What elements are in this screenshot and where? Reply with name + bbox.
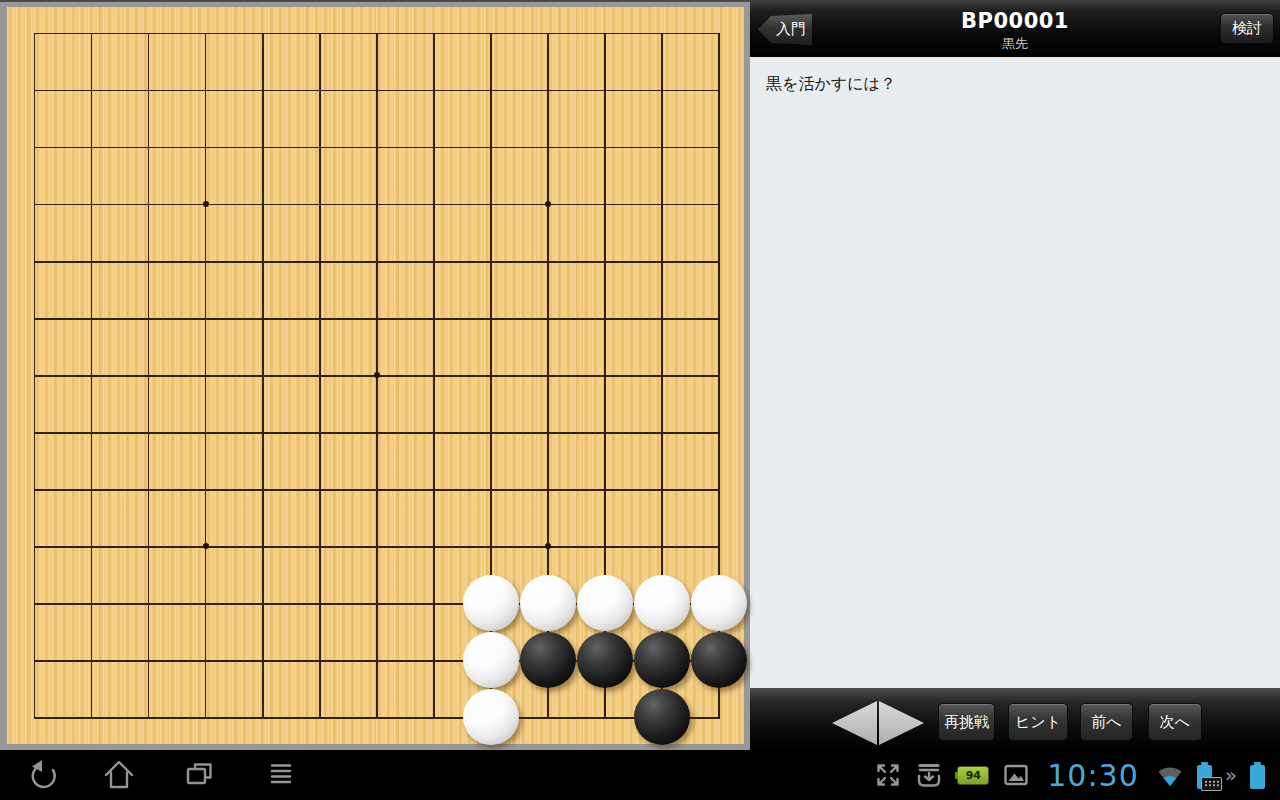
- intersection[interactable]: [234, 61, 291, 118]
- intersection[interactable]: [348, 289, 405, 346]
- intersection[interactable]: [177, 289, 234, 346]
- intersection[interactable]: [6, 403, 63, 460]
- intersection[interactable]: [177, 346, 234, 403]
- intersection[interactable]: [291, 4, 348, 61]
- recents-icon[interactable]: [182, 758, 216, 792]
- intersection[interactable]: [519, 688, 576, 745]
- intersection[interactable]: [348, 631, 405, 688]
- home-icon[interactable]: [102, 758, 136, 792]
- keyboard-icon: [1201, 777, 1222, 791]
- intersection[interactable]: [462, 574, 519, 631]
- puzzle-question-area: 黒を活かすには？: [750, 57, 1280, 688]
- intersection[interactable]: [120, 346, 177, 403]
- intersection[interactable]: [576, 4, 633, 61]
- wifi-icon: [1156, 762, 1184, 788]
- next-button[interactable]: 次へ: [1148, 703, 1202, 741]
- intersection[interactable]: [576, 403, 633, 460]
- puzzle-id-title: BP00001: [750, 0, 1280, 33]
- intersection[interactable]: [633, 688, 690, 745]
- intersection[interactable]: [234, 4, 291, 61]
- intersection[interactable]: [234, 289, 291, 346]
- intersection[interactable]: [519, 631, 576, 688]
- intersection[interactable]: [120, 460, 177, 517]
- intersection[interactable]: [405, 631, 462, 688]
- screen: 入門 BP00001 黒先 検討 黒を活かすには？ 再挑戦 ヒント 前へ 次へ: [0, 0, 1280, 800]
- intersection[interactable]: [519, 118, 576, 175]
- intersection[interactable]: [462, 4, 519, 61]
- intersection[interactable]: [234, 346, 291, 403]
- intersection[interactable]: [633, 232, 690, 289]
- hoshi-point: [545, 543, 551, 549]
- intersection[interactable]: [234, 688, 291, 745]
- intersection[interactable]: [519, 289, 576, 346]
- intersection[interactable]: [690, 289, 747, 346]
- intersection[interactable]: [120, 403, 177, 460]
- white-stone: [577, 575, 633, 631]
- intersection[interactable]: [120, 574, 177, 631]
- intersection[interactable]: [633, 118, 690, 175]
- intersection[interactable]: [291, 517, 348, 574]
- intersection[interactable]: [519, 517, 576, 574]
- intersection[interactable]: [633, 574, 690, 631]
- menu-icon[interactable]: [264, 758, 298, 792]
- intersection[interactable]: [462, 232, 519, 289]
- intersection[interactable]: [348, 517, 405, 574]
- intersection[interactable]: [120, 631, 177, 688]
- intersection[interactable]: [633, 175, 690, 232]
- intersection[interactable]: [576, 574, 633, 631]
- intersection[interactable]: [405, 688, 462, 745]
- intersection[interactable]: [690, 403, 747, 460]
- intersection[interactable]: [348, 175, 405, 232]
- white-stone: [520, 575, 576, 631]
- intersection[interactable]: [576, 346, 633, 403]
- intersection[interactable]: [519, 403, 576, 460]
- intersection[interactable]: [63, 346, 120, 403]
- intersection[interactable]: [348, 61, 405, 118]
- intersection[interactable]: [405, 460, 462, 517]
- intersection[interactable]: [633, 460, 690, 517]
- intersection[interactable]: [690, 688, 747, 745]
- battery-icon: [1250, 765, 1265, 789]
- intersection[interactable]: [291, 175, 348, 232]
- turn-subtitle: 黒先: [750, 35, 1280, 53]
- white-stone: [691, 575, 747, 631]
- intersection[interactable]: [690, 517, 747, 574]
- intersection[interactable]: [633, 289, 690, 346]
- intersection[interactable]: [405, 517, 462, 574]
- gallery-icon[interactable]: [1002, 762, 1030, 788]
- intersection[interactable]: [405, 4, 462, 61]
- intersection[interactable]: [177, 688, 234, 745]
- black-stone: [634, 689, 690, 745]
- intersection[interactable]: [348, 346, 405, 403]
- intersection[interactable]: [519, 175, 576, 232]
- review-button[interactable]: 検討: [1220, 13, 1274, 44]
- intersection[interactable]: [462, 517, 519, 574]
- hoshi-point: [203, 543, 209, 549]
- intersection[interactable]: [234, 175, 291, 232]
- intersection[interactable]: [177, 403, 234, 460]
- screenshot-save-icon[interactable]: [914, 761, 944, 789]
- board-frame-edge: [0, 0, 750, 2]
- go-board-panel: [0, 0, 750, 750]
- intersection[interactable]: [291, 574, 348, 631]
- black-stone: [634, 632, 690, 688]
- intersection[interactable]: [405, 175, 462, 232]
- white-stone: [463, 575, 519, 631]
- intersection[interactable]: [348, 460, 405, 517]
- intersection[interactable]: [690, 631, 747, 688]
- intersection[interactable]: [6, 61, 63, 118]
- intersection[interactable]: [177, 61, 234, 118]
- back-icon[interactable]: [26, 758, 60, 792]
- intersection[interactable]: [177, 460, 234, 517]
- intersection[interactable]: [6, 460, 63, 517]
- intersection[interactable]: [348, 118, 405, 175]
- intersection[interactable]: [348, 688, 405, 745]
- intersection[interactable]: [519, 346, 576, 403]
- intersection[interactable]: [405, 289, 462, 346]
- intersection[interactable]: [519, 460, 576, 517]
- intersection[interactable]: [690, 346, 747, 403]
- intersection[interactable]: [462, 631, 519, 688]
- intersection[interactable]: [120, 232, 177, 289]
- intersection[interactable]: [462, 460, 519, 517]
- intersection[interactable]: [63, 688, 120, 745]
- intersection[interactable]: [6, 118, 63, 175]
- intersection[interactable]: [405, 61, 462, 118]
- intersection[interactable]: [6, 688, 63, 745]
- intersection[interactable]: [6, 232, 63, 289]
- intersection[interactable]: [576, 61, 633, 118]
- intersection[interactable]: [6, 175, 63, 232]
- intersection[interactable]: [519, 232, 576, 289]
- intersection[interactable]: [291, 460, 348, 517]
- intersection[interactable]: [633, 631, 690, 688]
- intersection[interactable]: [633, 403, 690, 460]
- white-stone: [463, 632, 519, 688]
- intersection[interactable]: [63, 61, 120, 118]
- prev-move-arrow-icon[interactable]: [832, 701, 877, 745]
- intersection[interactable]: [348, 574, 405, 631]
- intersection[interactable]: [63, 460, 120, 517]
- intersection[interactable]: [405, 574, 462, 631]
- intersection[interactable]: [690, 175, 747, 232]
- control-bar: 再挑戦 ヒント 前へ 次へ: [750, 688, 1280, 750]
- intersection[interactable]: [405, 403, 462, 460]
- intersection[interactable]: [6, 289, 63, 346]
- intersection[interactable]: [633, 61, 690, 118]
- panel-header: 入門 BP00001 黒先 検討: [750, 0, 1280, 57]
- intersection[interactable]: [120, 61, 177, 118]
- intersection[interactable]: [633, 4, 690, 61]
- intersection[interactable]: [177, 232, 234, 289]
- intersection[interactable]: [120, 688, 177, 745]
- hoshi-point: [545, 201, 551, 207]
- intersection[interactable]: [405, 232, 462, 289]
- intersection[interactable]: [690, 460, 747, 517]
- battery-keyboard-group: [1197, 761, 1212, 789]
- intersection[interactable]: [234, 118, 291, 175]
- intersection[interactable]: [291, 118, 348, 175]
- intersection[interactable]: [576, 688, 633, 745]
- intersection[interactable]: [576, 460, 633, 517]
- goban-intersections: [6, 4, 747, 745]
- black-stone: [520, 632, 576, 688]
- intersection[interactable]: [6, 631, 63, 688]
- intersection[interactable]: [63, 4, 120, 61]
- intersection[interactable]: [120, 4, 177, 61]
- black-stone: [691, 632, 747, 688]
- hoshi-point: [374, 372, 380, 378]
- intersection[interactable]: [291, 403, 348, 460]
- intersection[interactable]: [177, 631, 234, 688]
- intersection[interactable]: [177, 4, 234, 61]
- intersection[interactable]: [120, 175, 177, 232]
- intersection[interactable]: [291, 289, 348, 346]
- intersection[interactable]: [63, 517, 120, 574]
- black-stone: [577, 632, 633, 688]
- intersection[interactable]: [234, 574, 291, 631]
- intersection[interactable]: [120, 517, 177, 574]
- intersection[interactable]: [6, 4, 63, 61]
- intersection[interactable]: [462, 118, 519, 175]
- intersection[interactable]: [690, 4, 747, 61]
- status-tray: 94 10:30 »: [875, 750, 1265, 800]
- intersection[interactable]: [633, 346, 690, 403]
- intersection[interactable]: [177, 574, 234, 631]
- intersection[interactable]: [462, 61, 519, 118]
- intersection[interactable]: [576, 175, 633, 232]
- intersection[interactable]: [690, 118, 747, 175]
- intersection[interactable]: [690, 232, 747, 289]
- retry-button[interactable]: 再挑戦: [938, 703, 995, 741]
- intersection[interactable]: [462, 688, 519, 745]
- intersection[interactable]: [576, 517, 633, 574]
- intersection[interactable]: [576, 631, 633, 688]
- intersection[interactable]: [348, 232, 405, 289]
- intersection[interactable]: [462, 346, 519, 403]
- puzzle-question: 黒を活かすには？: [750, 57, 1280, 112]
- intersection[interactable]: [291, 346, 348, 403]
- intersection[interactable]: [348, 403, 405, 460]
- intersection[interactable]: [120, 289, 177, 346]
- intersection[interactable]: [405, 118, 462, 175]
- chevrons-expand-icon[interactable]: »: [1225, 765, 1237, 785]
- puzzle-panel: 入門 BP00001 黒先 検討 黒を活かすには？ 再挑戦 ヒント 前へ 次へ: [750, 0, 1280, 750]
- fullscreen-icon[interactable]: [875, 762, 901, 788]
- intersection[interactable]: [576, 118, 633, 175]
- intersection[interactable]: [291, 631, 348, 688]
- hint-button[interactable]: ヒント: [1008, 703, 1068, 741]
- intersection[interactable]: [519, 4, 576, 61]
- intersection[interactable]: [519, 574, 576, 631]
- intersection[interactable]: [462, 403, 519, 460]
- intersection[interactable]: [63, 175, 120, 232]
- intersection[interactable]: [405, 346, 462, 403]
- intersection[interactable]: [690, 61, 747, 118]
- intersection[interactable]: [576, 232, 633, 289]
- white-stone: [463, 689, 519, 745]
- intersection[interactable]: [519, 61, 576, 118]
- intersection[interactable]: [63, 289, 120, 346]
- next-move-arrow-icon[interactable]: [879, 701, 924, 745]
- white-stone: [634, 575, 690, 631]
- battery-widget-badge[interactable]: 94: [957, 766, 989, 785]
- intersection[interactable]: [177, 118, 234, 175]
- intersection[interactable]: [291, 232, 348, 289]
- hoshi-point: [203, 201, 209, 207]
- intersection[interactable]: [234, 232, 291, 289]
- clock[interactable]: 10:30: [1047, 758, 1138, 793]
- intersection[interactable]: [291, 688, 348, 745]
- intersection[interactable]: [63, 574, 120, 631]
- intersection[interactable]: [234, 631, 291, 688]
- intersection[interactable]: [177, 175, 234, 232]
- intersection[interactable]: [177, 517, 234, 574]
- intersection[interactable]: [462, 175, 519, 232]
- intersection[interactable]: [6, 346, 63, 403]
- intersection[interactable]: [63, 232, 120, 289]
- intersection[interactable]: [63, 403, 120, 460]
- intersection[interactable]: [6, 574, 63, 631]
- intersection[interactable]: [6, 517, 63, 574]
- intersection[interactable]: [120, 118, 177, 175]
- intersection[interactable]: [633, 517, 690, 574]
- intersection[interactable]: [234, 403, 291, 460]
- intersection[interactable]: [690, 574, 747, 631]
- intersection[interactable]: [234, 460, 291, 517]
- intersection[interactable]: [291, 61, 348, 118]
- intersection[interactable]: [63, 118, 120, 175]
- prev-button[interactable]: 前へ: [1080, 703, 1133, 741]
- intersection[interactable]: [462, 289, 519, 346]
- intersection[interactable]: [63, 631, 120, 688]
- android-system-bar: 94 10:30 »: [0, 750, 1280, 800]
- intersection[interactable]: [348, 4, 405, 61]
- intersection[interactable]: [234, 517, 291, 574]
- intersection[interactable]: [576, 289, 633, 346]
